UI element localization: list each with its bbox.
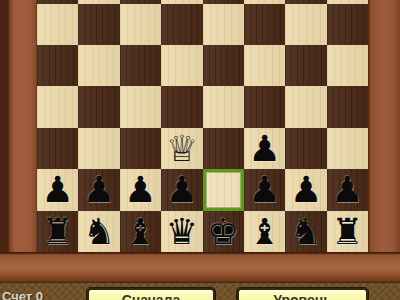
- square-r3c7[interactable]: [327, 86, 368, 127]
- square-r5c0[interactable]: ♟: [37, 169, 78, 210]
- square-r3c1[interactable]: [78, 86, 119, 127]
- board-frame-right: [368, 0, 400, 283]
- square-r2c2[interactable]: [120, 45, 161, 86]
- square-r5c1[interactable]: ♟: [78, 169, 119, 210]
- square-r2c4[interactable]: [203, 45, 244, 86]
- chess-board: ♙♙♙♙♙♙♙♙♕♟♟♟♟♟♟♟♟♜♞♝♛♚♝♞♜: [37, 0, 368, 252]
- square-r1c4[interactable]: [203, 4, 244, 45]
- black-pawn[interactable]: ♟: [166, 169, 198, 210]
- square-r2c1[interactable]: [78, 45, 119, 86]
- square-r5c2[interactable]: ♟: [120, 169, 161, 210]
- square-r6c7[interactable]: ♜: [327, 211, 368, 252]
- black-knight[interactable]: ♞: [290, 211, 322, 252]
- square-r3c0[interactable]: [37, 86, 78, 127]
- black-knight[interactable]: ♞: [83, 211, 115, 252]
- white-queen[interactable]: ♕: [166, 128, 198, 169]
- square-r3c3[interactable]: [161, 86, 202, 127]
- square-r1c6[interactable]: [285, 4, 326, 45]
- square-r1c7[interactable]: [327, 4, 368, 45]
- black-pawn[interactable]: ♟: [290, 169, 322, 210]
- black-pawn[interactable]: ♟: [83, 169, 115, 210]
- square-r5c3[interactable]: ♟: [161, 169, 202, 210]
- square-r6c3[interactable]: ♛: [161, 211, 202, 252]
- chess-app-screen: ♙♙♙♙♙♙♙♙♕♟♟♟♟♟♟♟♟♜♞♝♛♚♝♞♜ Счет 0 Сначала…: [0, 0, 400, 300]
- square-r6c0[interactable]: ♜: [37, 211, 78, 252]
- square-r2c6[interactable]: [285, 45, 326, 86]
- square-r1c1[interactable]: [78, 4, 119, 45]
- level-button-label: Уровень: [273, 293, 332, 300]
- black-bishop[interactable]: ♝: [124, 211, 156, 252]
- black-pawn[interactable]: ♟: [124, 169, 156, 210]
- square-r5c6[interactable]: ♟: [285, 169, 326, 210]
- black-pawn[interactable]: ♟: [249, 128, 281, 169]
- black-pawn[interactable]: ♟: [249, 169, 281, 210]
- square-r3c5[interactable]: [244, 86, 285, 127]
- square-r6c1[interactable]: ♞: [78, 211, 119, 252]
- square-r6c2[interactable]: ♝: [120, 211, 161, 252]
- square-r3c6[interactable]: [285, 86, 326, 127]
- black-pawn[interactable]: ♟: [331, 169, 363, 210]
- square-r1c3[interactable]: [161, 4, 202, 45]
- square-r6c4[interactable]: ♚: [203, 211, 244, 252]
- square-r1c0[interactable]: [37, 4, 78, 45]
- square-r4c0[interactable]: [37, 128, 78, 169]
- square-r4c7[interactable]: [327, 128, 368, 169]
- square-r6c5[interactable]: ♝: [244, 211, 285, 252]
- square-r4c3[interactable]: ♕: [161, 128, 202, 169]
- score-label: Счет 0: [2, 289, 43, 300]
- black-pawn[interactable]: ♟: [42, 169, 74, 210]
- square-r6c6[interactable]: ♞: [285, 211, 326, 252]
- square-r4c4[interactable]: [203, 128, 244, 169]
- square-r2c0[interactable]: [37, 45, 78, 86]
- black-bishop[interactable]: ♝: [249, 211, 281, 252]
- square-r5c5[interactable]: ♟: [244, 169, 285, 210]
- square-r4c2[interactable]: [120, 128, 161, 169]
- highlighted-square[interactable]: [203, 169, 244, 210]
- board-frame-bottom: [0, 252, 400, 283]
- restart-button-label: Сначала: [122, 293, 181, 300]
- square-r2c3[interactable]: [161, 45, 202, 86]
- level-button[interactable]: Уровень: [237, 288, 368, 300]
- square-r4c6[interactable]: [285, 128, 326, 169]
- square-r4c1[interactable]: [78, 128, 119, 169]
- square-r3c4[interactable]: [203, 86, 244, 127]
- black-rook[interactable]: ♜: [331, 211, 363, 252]
- square-r1c5[interactable]: [244, 4, 285, 45]
- square-r3c2[interactable]: [120, 86, 161, 127]
- square-r1c2[interactable]: [120, 4, 161, 45]
- square-r2c7[interactable]: [327, 45, 368, 86]
- black-queen[interactable]: ♛: [166, 211, 198, 252]
- square-r4c5[interactable]: ♟: [244, 128, 285, 169]
- square-r5c7[interactable]: ♟: [327, 169, 368, 210]
- square-r2c5[interactable]: [244, 45, 285, 86]
- black-king[interactable]: ♚: [207, 211, 239, 252]
- board-frame-left: [0, 0, 37, 283]
- black-rook[interactable]: ♜: [42, 211, 74, 252]
- restart-button[interactable]: Сначала: [87, 288, 215, 300]
